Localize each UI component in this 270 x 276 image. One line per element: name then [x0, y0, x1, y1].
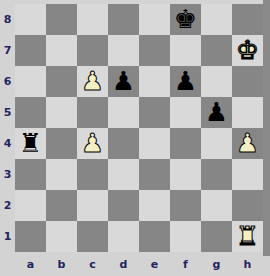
- square-e2[interactable]: [139, 190, 170, 221]
- white-king[interactable]: ♚: [232, 35, 263, 66]
- square-f6[interactable]: ♟: [170, 66, 201, 97]
- square-h3[interactable]: [232, 159, 263, 190]
- square-g3[interactable]: [201, 159, 232, 190]
- square-c3[interactable]: [77, 159, 108, 190]
- square-c4[interactable]: ♟: [77, 128, 108, 159]
- file-label-h: h: [232, 252, 263, 276]
- square-g5[interactable]: ♟: [201, 97, 232, 128]
- square-h7[interactable]: ♚: [232, 35, 263, 66]
- rank-label-4: 4: [0, 128, 15, 159]
- square-b4[interactable]: [46, 128, 77, 159]
- square-c2[interactable]: [77, 190, 108, 221]
- square-f8[interactable]: ♚: [170, 4, 201, 35]
- square-g1[interactable]: [201, 221, 232, 252]
- square-e8[interactable]: [139, 4, 170, 35]
- square-e4[interactable]: [139, 128, 170, 159]
- rank-label-8: 8: [0, 4, 15, 35]
- square-e3[interactable]: [139, 159, 170, 190]
- square-c8[interactable]: [77, 4, 108, 35]
- square-c6[interactable]: ♟: [77, 66, 108, 97]
- white-rook[interactable]: ♜: [232, 221, 263, 252]
- square-h4[interactable]: ♟: [232, 128, 263, 159]
- square-g2[interactable]: [201, 190, 232, 221]
- square-a5[interactable]: [15, 97, 46, 128]
- square-b2[interactable]: [46, 190, 77, 221]
- file-label-a: a: [15, 252, 46, 276]
- square-b6[interactable]: [46, 66, 77, 97]
- square-a3[interactable]: [15, 159, 46, 190]
- square-h1[interactable]: ♜: [232, 221, 263, 252]
- square-f3[interactable]: [170, 159, 201, 190]
- square-a8[interactable]: [15, 4, 46, 35]
- square-h2[interactable]: [232, 190, 263, 221]
- square-d4[interactable]: [108, 128, 139, 159]
- square-f2[interactable]: [170, 190, 201, 221]
- rank-label-6: 6: [0, 66, 15, 97]
- square-c5[interactable]: [77, 97, 108, 128]
- file-label-f: f: [170, 252, 201, 276]
- white-pawn[interactable]: ♟: [232, 128, 263, 159]
- rank-label-7: 7: [0, 35, 15, 66]
- square-f4[interactable]: [170, 128, 201, 159]
- square-h5[interactable]: [232, 97, 263, 128]
- square-e6[interactable]: [139, 66, 170, 97]
- chess-diagram: 87654321 ♚♚♟♟♟♟♜♟♟♜ abcdefgh: [0, 0, 270, 276]
- square-b1[interactable]: [46, 221, 77, 252]
- file-label-b: b: [46, 252, 77, 276]
- square-b5[interactable]: [46, 97, 77, 128]
- square-e5[interactable]: [139, 97, 170, 128]
- square-f7[interactable]: [170, 35, 201, 66]
- square-b3[interactable]: [46, 159, 77, 190]
- white-pawn[interactable]: ♟: [77, 128, 108, 159]
- square-f1[interactable]: [170, 221, 201, 252]
- square-a7[interactable]: [15, 35, 46, 66]
- rank-label-2: 2: [0, 190, 15, 221]
- square-b8[interactable]: [46, 4, 77, 35]
- black-king[interactable]: ♚: [170, 4, 201, 35]
- square-f5[interactable]: [170, 97, 201, 128]
- square-e1[interactable]: [139, 221, 170, 252]
- square-a1[interactable]: [15, 221, 46, 252]
- square-d5[interactable]: [108, 97, 139, 128]
- square-c1[interactable]: [77, 221, 108, 252]
- chess-board: ♚♚♟♟♟♟♜♟♟♜: [15, 4, 263, 252]
- board-right-edge-shadow: [263, 0, 270, 256]
- square-e7[interactable]: [139, 35, 170, 66]
- rank-labels: 87654321: [0, 4, 15, 252]
- rank-label-1: 1: [0, 221, 15, 252]
- square-d2[interactable]: [108, 190, 139, 221]
- file-labels: abcdefgh: [15, 252, 263, 276]
- square-a4[interactable]: ♜: [15, 128, 46, 159]
- file-label-g: g: [201, 252, 232, 276]
- rank-label-3: 3: [0, 159, 15, 190]
- square-d8[interactable]: [108, 4, 139, 35]
- square-c7[interactable]: [77, 35, 108, 66]
- black-pawn[interactable]: ♟: [201, 97, 232, 128]
- square-d6[interactable]: ♟: [108, 66, 139, 97]
- square-g7[interactable]: [201, 35, 232, 66]
- black-rook[interactable]: ♜: [15, 128, 46, 159]
- square-g8[interactable]: [201, 4, 232, 35]
- file-label-c: c: [77, 252, 108, 276]
- square-g4[interactable]: [201, 128, 232, 159]
- file-label-d: d: [108, 252, 139, 276]
- square-a6[interactable]: [15, 66, 46, 97]
- rank-label-5: 5: [0, 97, 15, 128]
- file-label-e: e: [139, 252, 170, 276]
- square-a2[interactable]: [15, 190, 46, 221]
- square-g6[interactable]: [201, 66, 232, 97]
- black-pawn[interactable]: ♟: [108, 66, 139, 97]
- square-d1[interactable]: [108, 221, 139, 252]
- square-h6[interactable]: [232, 66, 263, 97]
- black-pawn[interactable]: ♟: [170, 66, 201, 97]
- square-h8[interactable]: [232, 4, 263, 35]
- square-b7[interactable]: [46, 35, 77, 66]
- white-pawn[interactable]: ♟: [77, 66, 108, 97]
- square-d3[interactable]: [108, 159, 139, 190]
- square-d7[interactable]: [108, 35, 139, 66]
